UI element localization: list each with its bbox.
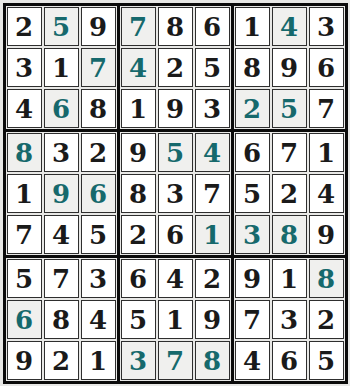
sudoku-box-4: 832196745 xyxy=(6,132,117,255)
cell-r1c5[interactable]: 8 xyxy=(158,7,193,46)
cell-r2c3[interactable]: 7 xyxy=(81,48,116,87)
cell-r9c6[interactable]: 8 xyxy=(195,341,230,380)
cell-r1c9[interactable]: 3 xyxy=(309,7,344,46)
cell-r9c1[interactable]: 9 xyxy=(7,341,42,380)
cell-r9c9[interactable]: 5 xyxy=(309,341,344,380)
cell-r4c3[interactable]: 2 xyxy=(81,133,116,172)
cell-r6c8[interactable]: 8 xyxy=(272,215,307,254)
cell-r7c6[interactable]: 2 xyxy=(195,259,230,298)
cell-r6c7[interactable]: 3 xyxy=(235,215,270,254)
cell-r7c2[interactable]: 7 xyxy=(44,259,79,298)
sudoku-box-5: 954837261 xyxy=(120,132,231,255)
cell-r2c8[interactable]: 9 xyxy=(272,48,307,87)
cell-r5c3[interactable]: 6 xyxy=(81,174,116,213)
cell-r1c1[interactable]: 2 xyxy=(7,7,42,46)
cell-r8c5[interactable]: 1 xyxy=(158,300,193,339)
cell-r6c1[interactable]: 7 xyxy=(7,215,42,254)
cell-r8c7[interactable]: 7 xyxy=(235,300,270,339)
cell-r3c5[interactable]: 9 xyxy=(158,89,193,128)
cell-r4c8[interactable]: 7 xyxy=(272,133,307,172)
cell-r3c4[interactable]: 1 xyxy=(121,89,156,128)
cell-r6c4[interactable]: 2 xyxy=(121,215,156,254)
cell-r1c6[interactable]: 6 xyxy=(195,7,230,46)
cell-r8c9[interactable]: 2 xyxy=(309,300,344,339)
cell-r8c3[interactable]: 4 xyxy=(81,300,116,339)
cell-r2c5[interactable]: 2 xyxy=(158,48,193,87)
cell-r7c8[interactable]: 1 xyxy=(272,259,307,298)
cell-r5c7[interactable]: 5 xyxy=(235,174,270,213)
cell-r7c1[interactable]: 5 xyxy=(7,259,42,298)
cell-r9c8[interactable]: 6 xyxy=(272,341,307,380)
cell-r2c6[interactable]: 5 xyxy=(195,48,230,87)
cell-r7c5[interactable]: 4 xyxy=(158,259,193,298)
cell-r2c1[interactable]: 3 xyxy=(7,48,42,87)
cell-r9c4[interactable]: 3 xyxy=(121,341,156,380)
sudoku-box-8: 642519378 xyxy=(120,258,231,381)
cell-r9c5[interactable]: 7 xyxy=(158,341,193,380)
cell-r3c7[interactable]: 2 xyxy=(235,89,270,128)
cell-r2c4[interactable]: 4 xyxy=(121,48,156,87)
cell-r8c8[interactable]: 3 xyxy=(272,300,307,339)
cell-r5c6[interactable]: 7 xyxy=(195,174,230,213)
cell-r3c1[interactable]: 4 xyxy=(7,89,42,128)
cell-r4c4[interactable]: 9 xyxy=(121,133,156,172)
cell-r6c2[interactable]: 4 xyxy=(44,215,79,254)
cell-r8c6[interactable]: 9 xyxy=(195,300,230,339)
cell-r7c7[interactable]: 9 xyxy=(235,259,270,298)
cell-r1c4[interactable]: 7 xyxy=(121,7,156,46)
cell-r2c2[interactable]: 1 xyxy=(44,48,79,87)
cell-r2c9[interactable]: 6 xyxy=(309,48,344,87)
cell-r3c3[interactable]: 8 xyxy=(81,89,116,128)
cell-r4c5[interactable]: 5 xyxy=(158,133,193,172)
cell-r1c2[interactable]: 5 xyxy=(44,7,79,46)
cell-r1c8[interactable]: 4 xyxy=(272,7,307,46)
sudoku-box-2: 786425193 xyxy=(120,6,231,129)
cell-r4c2[interactable]: 3 xyxy=(44,133,79,172)
cell-r5c2[interactable]: 9 xyxy=(44,174,79,213)
cell-r1c7[interactable]: 1 xyxy=(235,7,270,46)
cell-r1c3[interactable]: 9 xyxy=(81,7,116,46)
cell-r3c9[interactable]: 7 xyxy=(309,89,344,128)
cell-r6c9[interactable]: 9 xyxy=(309,215,344,254)
cell-r4c7[interactable]: 6 xyxy=(235,133,270,172)
cell-r5c4[interactable]: 8 xyxy=(121,174,156,213)
cell-r9c3[interactable]: 1 xyxy=(81,341,116,380)
sudoku-box-7: 573684921 xyxy=(6,258,117,381)
cell-r5c5[interactable]: 3 xyxy=(158,174,193,213)
cell-r4c1[interactable]: 8 xyxy=(7,133,42,172)
cell-r5c9[interactable]: 4 xyxy=(309,174,344,213)
cell-r5c8[interactable]: 2 xyxy=(272,174,307,213)
cell-r7c9[interactable]: 8 xyxy=(309,259,344,298)
cell-r4c6[interactable]: 4 xyxy=(195,133,230,172)
cell-r8c1[interactable]: 6 xyxy=(7,300,42,339)
cell-r3c8[interactable]: 5 xyxy=(272,89,307,128)
cell-r9c2[interactable]: 2 xyxy=(44,341,79,380)
sudoku-box-3: 143896257 xyxy=(234,6,345,129)
sudoku-page: 2593174687864251931438962578321967459548… xyxy=(0,0,350,386)
sudoku-box-9: 918732465 xyxy=(234,258,345,381)
cell-r5c1[interactable]: 1 xyxy=(7,174,42,213)
cell-r3c6[interactable]: 3 xyxy=(195,89,230,128)
cell-r7c3[interactable]: 3 xyxy=(81,259,116,298)
cell-r9c7[interactable]: 4 xyxy=(235,341,270,380)
cell-r8c2[interactable]: 8 xyxy=(44,300,79,339)
cell-r6c6[interactable]: 1 xyxy=(195,215,230,254)
cell-r6c5[interactable]: 6 xyxy=(158,215,193,254)
sudoku-board: 2593174687864251931438962578321967459548… xyxy=(3,3,348,384)
cell-r4c9[interactable]: 1 xyxy=(309,133,344,172)
cell-r6c3[interactable]: 5 xyxy=(81,215,116,254)
sudoku-box-1: 259317468 xyxy=(6,6,117,129)
sudoku-box-6: 671524389 xyxy=(234,132,345,255)
cell-r7c4[interactable]: 6 xyxy=(121,259,156,298)
cell-r2c7[interactable]: 8 xyxy=(235,48,270,87)
cell-r8c4[interactable]: 5 xyxy=(121,300,156,339)
cell-r3c2[interactable]: 6 xyxy=(44,89,79,128)
